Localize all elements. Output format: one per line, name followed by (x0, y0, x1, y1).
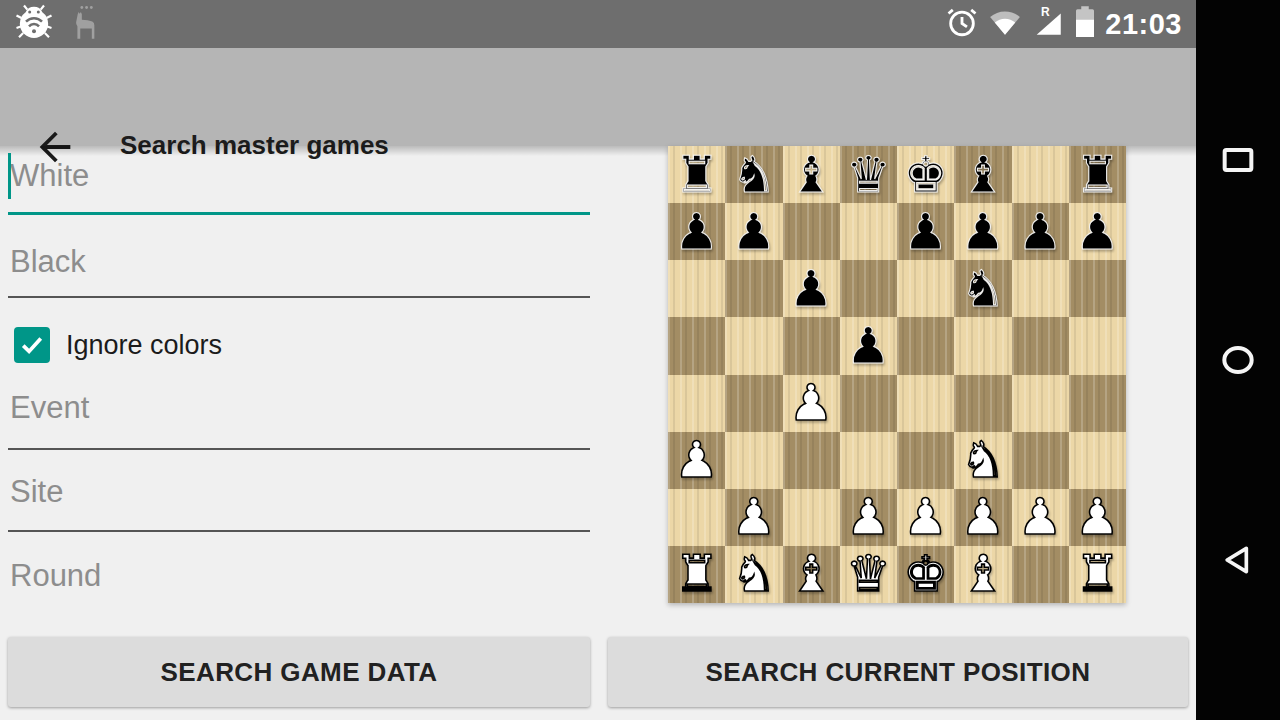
piece-black-rook: ♜ (674, 150, 719, 200)
app-bar: Search master games (0, 48, 1196, 146)
square-g6 (1012, 260, 1069, 317)
square-f1: ♝ (954, 546, 1011, 603)
square-d3 (840, 432, 897, 489)
square-d6 (840, 260, 897, 317)
ignore-colors-checkbox[interactable] (14, 327, 50, 363)
square-d5: ♟ (840, 317, 897, 374)
piece-white-rook: ♜ (1075, 549, 1120, 599)
android-nav-bar (1196, 0, 1280, 720)
piece-white-queen: ♛ (846, 549, 891, 599)
notification-icons (14, 3, 104, 47)
square-a2 (668, 489, 725, 546)
square-g8 (1012, 146, 1069, 203)
square-a3: ♟ (668, 432, 725, 489)
square-h2: ♟ (1069, 489, 1126, 546)
piece-black-pawn: ♟ (731, 207, 776, 257)
square-a8: ♜ (668, 146, 725, 203)
square-f3: ♞ (954, 432, 1011, 489)
square-e6 (897, 260, 954, 317)
square-h4 (1069, 375, 1126, 432)
square-b7: ♟ (725, 203, 782, 260)
square-e4 (897, 375, 954, 432)
piece-white-pawn: ♟ (789, 378, 834, 428)
square-b5 (725, 317, 782, 374)
square-d2: ♟ (840, 489, 897, 546)
site-input-hint: Site (10, 474, 63, 510)
piece-black-knight: ♞ (731, 150, 776, 200)
square-c5 (783, 317, 840, 374)
square-a1: ♜ (668, 546, 725, 603)
white-input[interactable]: White (8, 152, 590, 210)
alarm-icon (945, 5, 979, 43)
square-f6: ♞ (954, 260, 1011, 317)
white-input-underline (8, 212, 590, 215)
piece-black-pawn: ♟ (960, 207, 1005, 257)
status-indicators: R 21:03 (945, 0, 1182, 48)
square-h7: ♟ (1069, 203, 1126, 260)
piece-white-pawn: ♟ (674, 435, 719, 485)
square-b6 (725, 260, 782, 317)
square-b8: ♞ (725, 146, 782, 203)
llama-notification-icon (66, 3, 104, 47)
piece-white-pawn: ♟ (1075, 492, 1120, 542)
square-h5 (1069, 317, 1126, 374)
black-input-underline (8, 296, 590, 298)
square-g7: ♟ (1012, 203, 1069, 260)
status-bar: R 21:03 (0, 0, 1196, 48)
home-circle-icon (1218, 340, 1258, 380)
square-c3 (783, 432, 840, 489)
event-input-underline (8, 448, 590, 450)
square-c8: ♝ (783, 146, 840, 203)
square-f8: ♝ (954, 146, 1011, 203)
round-input-hint: Round (10, 558, 101, 594)
battery-icon (1074, 4, 1096, 44)
bug-app-notification-icon (14, 3, 54, 47)
piece-white-knight: ♞ (960, 435, 1005, 485)
piece-black-pawn: ♟ (1075, 207, 1120, 257)
square-e5 (897, 317, 954, 374)
square-c1: ♝ (783, 546, 840, 603)
square-c6: ♟ (783, 260, 840, 317)
square-e8: ♚ (897, 146, 954, 203)
android-back-button[interactable] (1196, 518, 1280, 602)
piece-black-rook: ♜ (1075, 150, 1120, 200)
piece-black-pawn: ♟ (846, 321, 891, 371)
piece-black-bishop: ♝ (960, 150, 1005, 200)
site-input-underline (8, 530, 590, 532)
square-e3 (897, 432, 954, 489)
square-e2: ♟ (897, 489, 954, 546)
event-input[interactable]: Event (8, 384, 590, 442)
home-button[interactable] (1196, 318, 1280, 402)
chess-board[interactable]: ♜♞♝♛♚♝♜♟♟♟♟♟♟♟♞♟♟♟♞♟♟♟♟♟♟♜♞♝♛♚♝♜ (668, 146, 1126, 603)
piece-white-king: ♚ (903, 549, 948, 599)
piece-white-pawn: ♟ (846, 492, 891, 542)
piece-white-pawn: ♟ (731, 492, 776, 542)
piece-black-knight: ♞ (960, 264, 1005, 314)
piece-white-pawn: ♟ (903, 492, 948, 542)
recents-square-icon (1218, 140, 1258, 180)
event-input-hint: Event (10, 390, 89, 426)
square-e7: ♟ (897, 203, 954, 260)
black-input-hint: Black (10, 244, 86, 280)
square-d7 (840, 203, 897, 260)
square-g2: ♟ (1012, 489, 1069, 546)
ignore-colors-label[interactable]: Ignore colors (66, 330, 222, 361)
site-input[interactable]: Site (8, 468, 590, 526)
checkmark-icon (18, 331, 46, 359)
square-g1 (1012, 546, 1069, 603)
cell-signal-icon: R (1031, 5, 1065, 43)
square-c7 (783, 203, 840, 260)
piece-white-pawn: ♟ (960, 492, 1005, 542)
square-c2 (783, 489, 840, 546)
square-h3 (1069, 432, 1126, 489)
piece-black-pawn: ♟ (903, 207, 948, 257)
back-triangle-icon (1218, 540, 1258, 580)
piece-black-pawn: ♟ (674, 207, 719, 257)
square-f5 (954, 317, 1011, 374)
square-d8: ♛ (840, 146, 897, 203)
piece-white-bishop: ♝ (789, 549, 834, 599)
square-a4 (668, 375, 725, 432)
recents-button[interactable] (1196, 118, 1280, 202)
square-c4: ♟ (783, 375, 840, 432)
square-e1: ♚ (897, 546, 954, 603)
piece-white-rook: ♜ (674, 549, 719, 599)
piece-white-bishop: ♝ (960, 549, 1005, 599)
piece-black-queen: ♛ (846, 150, 891, 200)
square-h8: ♜ (1069, 146, 1126, 203)
square-a7: ♟ (668, 203, 725, 260)
square-h1: ♜ (1069, 546, 1126, 603)
square-h6 (1069, 260, 1126, 317)
square-b4 (725, 375, 782, 432)
black-input[interactable]: Black (8, 238, 590, 296)
round-input[interactable]: Round (8, 552, 590, 610)
piece-black-king: ♚ (903, 150, 948, 200)
piece-black-pawn: ♟ (789, 264, 834, 314)
square-d1: ♛ (840, 546, 897, 603)
screen: R 21:03 Search master games White (0, 0, 1280, 720)
square-d4 (840, 375, 897, 432)
piece-white-knight: ♞ (731, 549, 776, 599)
search-current-position-button[interactable]: SEARCH CURRENT POSITION (608, 637, 1188, 707)
square-g4 (1012, 375, 1069, 432)
square-g5 (1012, 317, 1069, 374)
square-b2: ♟ (725, 489, 782, 546)
status-clock: 21:03 (1105, 8, 1182, 41)
square-b3 (725, 432, 782, 489)
search-game-data-button[interactable]: SEARCH GAME DATA (8, 637, 590, 707)
cell-r-label: R (1041, 5, 1050, 19)
piece-white-pawn: ♟ (1018, 492, 1063, 542)
piece-black-pawn: ♟ (1018, 207, 1063, 257)
wifi-icon (988, 5, 1022, 43)
square-b1: ♞ (725, 546, 782, 603)
square-f2: ♟ (954, 489, 1011, 546)
square-a6 (668, 260, 725, 317)
text-cursor (8, 153, 11, 199)
square-f7: ♟ (954, 203, 1011, 260)
piece-black-bishop: ♝ (789, 150, 834, 200)
square-f4 (954, 375, 1011, 432)
square-g3 (1012, 432, 1069, 489)
square-a5 (668, 317, 725, 374)
white-input-hint: White (10, 158, 89, 194)
